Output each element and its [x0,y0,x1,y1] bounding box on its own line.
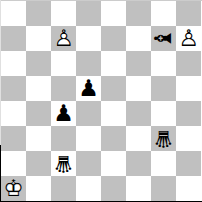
square-b7[interactable] [26,26,51,51]
square-c8[interactable] [51,1,76,26]
square-d6[interactable] [76,51,101,76]
square-f7[interactable] [126,26,151,51]
square-b4[interactable] [26,101,51,126]
square-h6[interactable] [176,51,201,76]
square-a1[interactable]: ♚♔ [1,176,26,201]
square-f4[interactable] [126,101,151,126]
square-g3[interactable]: ♛ [151,126,176,151]
square-b8[interactable] [26,1,51,26]
square-e8[interactable] [101,1,126,26]
square-f2[interactable] [126,151,151,176]
white-pawn-glyph: ♙ [176,26,201,51]
black-grasshopper-inverted-queen-piece: ♛ [51,151,76,176]
black-grasshopper-inverted-queen-glyph: ♛ [51,151,76,176]
black-grasshopper-inverted-queen-glyph: ♛ [151,126,176,151]
square-a8[interactable] [1,1,26,26]
square-b5[interactable] [26,76,51,101]
square-a4[interactable] [1,101,26,126]
black-pawn-glyph: ♟ [51,101,76,126]
square-c3[interactable] [51,126,76,151]
square-e7[interactable] [101,26,126,51]
square-c5[interactable] [51,76,76,101]
square-b1[interactable] [26,176,51,201]
square-g5[interactable] [151,76,176,101]
square-b6[interactable] [26,51,51,76]
square-c7[interactable]: ♟♙ [51,26,76,51]
square-h4[interactable] [176,101,201,126]
square-b3[interactable] [26,126,51,151]
black-pawn-piece: ♟ [76,76,101,101]
square-e4[interactable] [101,101,126,126]
chessboard: ♟♙♝♟♙♟♟♛♛♚♔ [1,1,201,201]
square-g8[interactable] [151,1,176,26]
white-pawn-glyph: ♙ [51,26,76,51]
square-b2[interactable] [26,151,51,176]
board-edge-left-lower [0,145,1,202]
square-f8[interactable] [126,1,151,26]
black-pawn-piece: ♟ [51,101,76,126]
square-e2[interactable] [101,151,126,176]
square-a5[interactable] [1,76,26,101]
white-king-glyph: ♔ [1,176,26,201]
square-g1[interactable] [151,176,176,201]
black-rotated-bishop-fairy-glyph: ♝ [151,26,176,51]
square-h7[interactable]: ♟♙ [176,26,201,51]
square-h1[interactable] [176,176,201,201]
square-a3[interactable] [1,126,26,151]
square-a7[interactable] [1,26,26,51]
black-grasshopper-inverted-queen-piece: ♛ [151,126,176,151]
black-rotated-bishop-fairy-piece: ♝ [151,26,176,51]
board-edge-bottom [0,201,202,202]
square-d7[interactable] [76,26,101,51]
square-c6[interactable] [51,51,76,76]
square-d4[interactable] [76,101,101,126]
white-pawn-piece: ♟♙ [51,26,76,51]
square-f5[interactable] [126,76,151,101]
square-h8[interactable] [176,1,201,26]
square-c2[interactable]: ♛ [51,151,76,176]
square-a6[interactable] [1,51,26,76]
square-e3[interactable] [101,126,126,151]
square-d2[interactable] [76,151,101,176]
square-h5[interactable] [176,76,201,101]
black-pawn-glyph: ♟ [76,76,101,101]
square-e6[interactable] [101,51,126,76]
square-g6[interactable] [151,51,176,76]
square-g2[interactable] [151,151,176,176]
white-king-piece: ♚♔ [1,176,26,201]
square-d5[interactable]: ♟ [76,76,101,101]
square-d3[interactable] [76,126,101,151]
square-e1[interactable] [101,176,126,201]
chess-diagram: ♟♙♝♟♙♟♟♛♛♚♔ [0,0,202,202]
square-c4[interactable]: ♟ [51,101,76,126]
square-g7[interactable]: ♝ [151,26,176,51]
white-pawn-piece: ♟♙ [176,26,201,51]
board-edge-top [0,0,202,1]
square-f3[interactable] [126,126,151,151]
square-h3[interactable] [176,126,201,151]
square-g4[interactable] [151,101,176,126]
board-edge-left-upper [0,0,1,145]
square-a2[interactable] [1,151,26,176]
square-d8[interactable] [76,1,101,26]
square-f6[interactable] [126,51,151,76]
square-c1[interactable] [51,176,76,201]
square-e5[interactable] [101,76,126,101]
square-f1[interactable] [126,176,151,201]
square-d1[interactable] [76,176,101,201]
square-h2[interactable] [176,151,201,176]
